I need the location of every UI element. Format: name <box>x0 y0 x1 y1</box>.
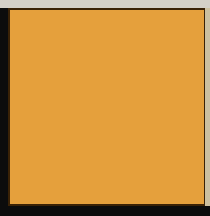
shogi-app-window <box>0 0 210 216</box>
rank-coordinates <box>205 8 210 206</box>
bottom-margin <box>0 206 210 216</box>
file-coordinates <box>0 0 210 8</box>
shogi-board[interactable] <box>8 8 206 206</box>
left-margin <box>0 8 8 206</box>
